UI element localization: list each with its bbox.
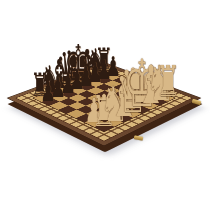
chess-board xyxy=(6,62,201,146)
chess-set-photo[interactable]: ♜♞♝♛♚♝♞♜♟♟♟♟♟♟♟♟♟♟♟♟♟♟♟♟♜♞♝♛♚♝♞♜ xyxy=(0,0,210,210)
